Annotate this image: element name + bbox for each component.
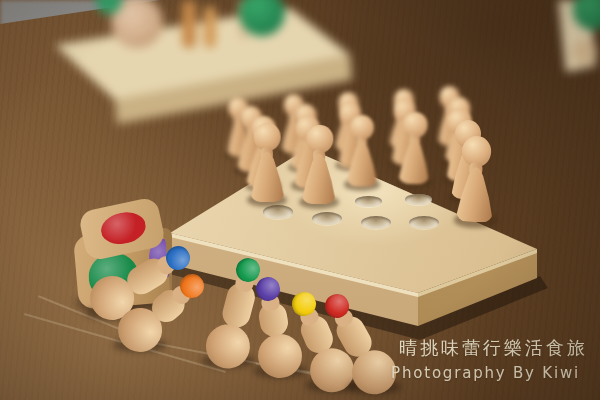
watermark-blog-name: 晴挑味蕾行樂活食旅 xyxy=(399,336,588,360)
watermark-credit: Photography By Kiwi xyxy=(391,364,580,382)
photo-scene: 晴挑味蕾行樂活食旅 Photography By Kiwi xyxy=(0,0,600,400)
